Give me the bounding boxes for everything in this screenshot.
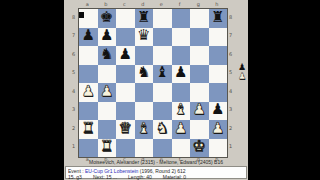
square-d4[interactable] [135, 83, 154, 102]
square-h7[interactable] [209, 28, 228, 47]
black-rook[interactable]: ♜ [137, 10, 150, 25]
captured-white-pawn: ♟ [238, 72, 246, 81]
coord-label: 2 [228, 126, 233, 131]
last-move: 15. g3 [68, 174, 82, 180]
coord-label: 8 [71, 15, 76, 20]
square-b6[interactable]: ♞ [98, 46, 117, 65]
square-f5[interactable]: ♟ [172, 65, 191, 84]
white-bishop[interactable]: ♝ [137, 121, 150, 136]
square-d7[interactable]: ♛ [135, 28, 154, 47]
square-e4[interactable] [153, 83, 172, 102]
white-knight[interactable]: ♞ [156, 121, 169, 136]
coord-label: 6 [71, 52, 76, 57]
square-c3[interactable] [116, 102, 135, 121]
coord-label: 1 [71, 144, 76, 149]
square-f7[interactable] [172, 28, 191, 47]
square-a3[interactable] [79, 102, 98, 121]
square-b3[interactable] [98, 102, 117, 121]
rank-labels-left: 87654321 [71, 8, 76, 156]
coord-label: g [189, 2, 208, 7]
square-f4[interactable] [172, 83, 191, 102]
square-a6[interactable] [79, 46, 98, 65]
white-rook[interactable]: ♜ [82, 121, 95, 136]
square-c5[interactable] [116, 65, 135, 84]
coord-label: 3 [228, 107, 233, 112]
square-g4[interactable] [190, 83, 209, 102]
chess-board: ♚♜♜♟♟♛♞♟♞♝♟♟♟♝♟♟♜♛♝♞♟♟♜♚ [78, 8, 228, 158]
black-queen[interactable]: ♛ [137, 28, 150, 43]
square-d2[interactable]: ♝ [135, 120, 154, 139]
square-g6[interactable] [190, 46, 209, 65]
coord-label: b [97, 2, 116, 7]
square-g3[interactable]: ♟ [190, 102, 209, 121]
coord-label: d [134, 2, 153, 7]
white-pawn[interactable]: ♟ [193, 102, 206, 117]
square-c2[interactable]: ♛ [116, 120, 135, 139]
square-h4[interactable] [209, 83, 228, 102]
square-e1[interactable] [153, 139, 172, 158]
coord-label: 3 [71, 107, 76, 112]
square-h1[interactable] [209, 139, 228, 158]
coord-label: 4 [228, 89, 233, 94]
content-panel: abcdefgh abcdefgh 87654321 87654321 ♚♜♜♟… [64, 0, 248, 180]
black-king[interactable]: ♚ [100, 10, 113, 25]
square-c6[interactable]: ♟ [116, 46, 135, 65]
length-stat: Length: 40 [128, 174, 152, 180]
square-c8[interactable] [116, 9, 135, 28]
square-g7[interactable] [190, 28, 209, 47]
black-pawn[interactable]: ♟ [211, 102, 224, 117]
coord-label: 6 [228, 52, 233, 57]
coord-label: 7 [71, 33, 76, 38]
square-e7[interactable] [153, 28, 172, 47]
square-f6[interactable] [172, 46, 191, 65]
white-queen[interactable]: ♛ [119, 121, 132, 136]
coord-label: 1 [228, 144, 233, 149]
black-pawn[interactable]: ♟ [174, 65, 187, 80]
square-a7[interactable]: ♟ [79, 28, 98, 47]
coord-label: 8 [228, 15, 233, 20]
square-b7[interactable]: ♟ [98, 28, 117, 47]
square-e2[interactable]: ♞ [153, 120, 172, 139]
white-pawn[interactable]: ♟ [82, 84, 95, 99]
black-pawn[interactable]: ♟ [119, 47, 132, 62]
coord-label: e [152, 2, 171, 7]
white-pawn[interactable]: ♟ [100, 84, 113, 99]
rank-labels-right: 87654321 [228, 8, 233, 156]
coord-label: 7 [228, 33, 233, 38]
square-e5[interactable]: ♝ [153, 65, 172, 84]
square-d6[interactable] [135, 46, 154, 65]
square-h2[interactable]: ♟ [209, 120, 228, 139]
file-labels-top: abcdefgh [78, 2, 226, 7]
square-b8[interactable]: ♚ [98, 9, 117, 28]
square-d8[interactable]: ♜ [135, 9, 154, 28]
square-b2[interactable] [98, 120, 117, 139]
white-king[interactable]: ♚ [193, 139, 206, 154]
square-g5[interactable] [190, 65, 209, 84]
coord-label: 5 [228, 70, 233, 75]
square-e8[interactable] [153, 9, 172, 28]
coord-label: f [171, 2, 190, 7]
black-knight[interactable]: ♞ [100, 47, 113, 62]
black-to-move-indicator [79, 12, 84, 18]
coord-label: h [208, 2, 227, 7]
coord-label: 5 [71, 70, 76, 75]
square-f8[interactable] [172, 9, 191, 28]
square-c1[interactable] [116, 139, 135, 158]
next-move: Next: 15 ... [93, 174, 117, 180]
square-d5[interactable]: ♞ [135, 65, 154, 84]
material-stat: Material: 0 [163, 174, 186, 180]
square-g1[interactable]: ♚ [190, 139, 209, 158]
stats-line: 15. g3 Next: 15 ... Length: 40 Material:… [68, 174, 244, 180]
white-pawn[interactable]: ♟ [211, 121, 224, 136]
square-h5[interactable] [209, 65, 228, 84]
square-a4[interactable]: ♟ [79, 83, 98, 102]
square-h3[interactable]: ♟ [209, 102, 228, 121]
square-e3[interactable] [153, 102, 172, 121]
square-f2[interactable]: ♟ [172, 120, 191, 139]
coord-label: 2 [71, 126, 76, 131]
square-c4[interactable] [116, 83, 135, 102]
square-e6[interactable] [153, 46, 172, 65]
square-b4[interactable]: ♟ [98, 83, 117, 102]
black-pawn[interactable]: ♟ [82, 28, 95, 43]
white-pawn[interactable]: ♟ [174, 121, 187, 136]
white-bishop[interactable]: ♝ [174, 102, 187, 117]
coord-label: 4 [71, 89, 76, 94]
square-a1[interactable] [79, 139, 98, 158]
square-d1[interactable] [135, 139, 154, 158]
players-line: Moiseevich, Alexander (2315) - Meltone, … [64, 159, 248, 165]
captured-pieces-tray: ♟♟ [236, 63, 248, 81]
square-b5[interactable] [98, 65, 117, 84]
game-info-box: Event : EU-Cup Gr1 Lobenstein (1996, Rou… [65, 166, 247, 179]
coord-label: a [78, 2, 97, 7]
square-h6[interactable] [209, 46, 228, 65]
square-c7[interactable] [116, 28, 135, 47]
square-a5[interactable] [79, 65, 98, 84]
black-pawn[interactable]: ♟ [100, 28, 113, 43]
black-knight[interactable]: ♞ [137, 65, 150, 80]
square-f3[interactable]: ♝ [172, 102, 191, 121]
black-bishop[interactable]: ♝ [156, 65, 169, 80]
white-rook[interactable]: ♜ [100, 139, 113, 154]
coord-label: c [115, 2, 134, 7]
black-rook[interactable]: ♜ [211, 10, 224, 25]
square-a2[interactable]: ♜ [79, 120, 98, 139]
square-g8[interactable] [190, 9, 209, 28]
square-d3[interactable] [135, 102, 154, 121]
square-b1[interactable]: ♜ [98, 139, 117, 158]
square-f1[interactable] [172, 139, 191, 158]
square-h8[interactable]: ♜ [209, 9, 228, 28]
square-g2[interactable] [190, 120, 209, 139]
